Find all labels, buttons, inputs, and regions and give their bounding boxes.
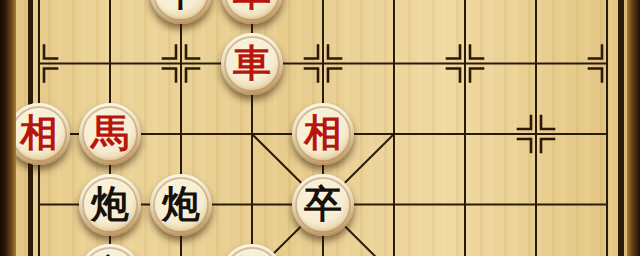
black-cannon-glyph: 炮	[162, 185, 200, 223]
red-elephant-glyph: 相	[304, 114, 342, 152]
piece-black-soldier[interactable]: 卒	[292, 174, 354, 236]
black-cannon-glyph: 炮	[91, 185, 129, 223]
red-chariot-glyph: 車	[233, 0, 271, 11]
black-soldier-glyph: 卒	[162, 0, 200, 11]
piece-red-chariot[interactable]: 車	[221, 33, 283, 95]
piece-black-cannon[interactable]: 炮	[79, 174, 141, 236]
board-frame-left	[0, 0, 16, 256]
board-frame-right	[627, 0, 640, 256]
red-elephant-glyph: 相	[20, 114, 58, 152]
xiangqi-game-screen: 卒車車相馬相炮炮卒卒帥	[0, 0, 640, 256]
piece-red-elephant[interactable]: 相	[8, 103, 70, 165]
red-chariot-glyph: 車	[233, 44, 271, 82]
piece-red-elephant[interactable]: 相	[292, 103, 354, 165]
red-horse-glyph: 馬	[91, 114, 129, 152]
piece-black-cannon[interactable]: 炮	[150, 174, 212, 236]
black-soldier-glyph: 卒	[304, 185, 342, 223]
piece-red-horse[interactable]: 馬	[79, 103, 141, 165]
